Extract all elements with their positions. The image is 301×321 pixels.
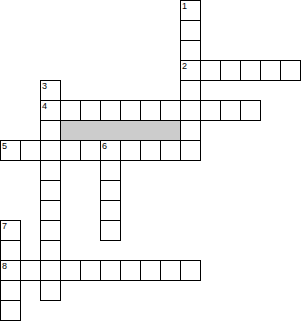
clue-number-8: 8 [2,262,7,271]
grid-cell[interactable] [180,20,201,41]
grid-cell[interactable] [220,100,241,121]
grid-cell[interactable] [240,60,261,81]
grid-cell[interactable] [160,260,181,281]
grid-cell[interactable] [0,300,21,321]
shaded-cell [60,120,81,141]
grid-cell[interactable] [60,100,81,121]
grid-cell[interactable] [60,140,81,161]
grid-cell[interactable] [40,160,61,181]
grid-cell[interactable] [260,60,281,81]
clue-number-7: 7 [2,222,7,231]
clue-number-4: 4 [42,102,47,111]
grid-cell[interactable] [180,260,201,281]
grid-cell[interactable] [280,60,301,81]
grid-cell[interactable] [140,100,161,121]
shaded-cell [160,120,181,141]
grid-cell[interactable] [120,140,141,161]
clue-number-2: 2 [182,62,187,71]
grid-cell[interactable] [80,100,101,121]
grid-cell[interactable] [180,140,201,161]
shaded-cell [120,120,141,141]
grid-cell[interactable] [60,260,81,281]
grid-cell[interactable] [40,220,61,241]
grid-cell[interactable] [100,180,121,201]
grid-cell[interactable] [100,160,121,181]
grid-cell[interactable] [120,260,141,281]
grid-cell[interactable] [240,100,261,121]
grid-cell[interactable] [0,280,21,301]
grid-cell[interactable] [40,280,61,301]
grid-cell[interactable] [40,260,61,281]
grid-cell[interactable] [80,260,101,281]
grid-cell[interactable] [200,100,221,121]
clue-number-3: 3 [42,82,47,91]
shaded-cell [140,120,161,141]
grid-cell[interactable] [40,140,61,161]
grid-cell[interactable] [100,200,121,221]
grid-cell[interactable] [180,100,201,121]
crossword-board: 12345678 [0,0,301,321]
clue-number-1: 1 [182,2,187,11]
grid-cell[interactable] [40,120,61,141]
grid-cell[interactable] [20,140,41,161]
grid-cell[interactable] [180,80,201,101]
grid-cell[interactable] [100,260,121,281]
grid-cell[interactable] [180,120,201,141]
grid-cell[interactable] [100,220,121,241]
grid-cell[interactable] [100,100,121,121]
grid-cell[interactable] [40,180,61,201]
grid-cell[interactable] [40,200,61,221]
grid-cell[interactable] [80,140,101,161]
grid-cell[interactable] [200,60,221,81]
grid-cell[interactable] [0,240,21,261]
grid-cell[interactable] [180,40,201,61]
grid-cell[interactable] [160,140,181,161]
grid-cell[interactable] [220,60,241,81]
grid-cell[interactable] [120,100,141,121]
grid-cell[interactable] [140,140,161,161]
grid-cell[interactable] [40,240,61,261]
shaded-cell [100,120,121,141]
clue-number-6: 6 [102,142,107,151]
grid-cell[interactable] [160,100,181,121]
grid-cell[interactable] [20,260,41,281]
clue-number-5: 5 [2,142,7,151]
grid-cell[interactable] [140,260,161,281]
shaded-cell [80,120,101,141]
